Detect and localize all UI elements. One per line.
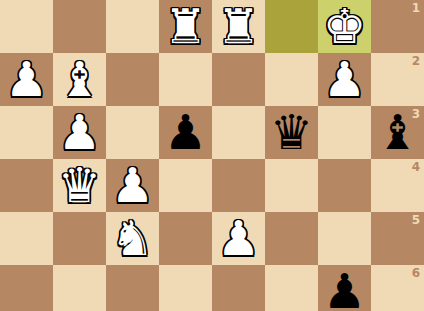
square-g6[interactable]	[53, 265, 106, 311]
rank-label-3: 3	[412, 107, 420, 121]
black-queen[interactable]: ♛	[270, 106, 313, 159]
square-e4[interactable]	[159, 159, 212, 212]
square-h6[interactable]	[0, 265, 53, 311]
square-h4[interactable]	[0, 159, 53, 212]
square-d1[interactable]: ♜	[212, 0, 265, 53]
square-g3[interactable]: ♟	[53, 106, 106, 159]
square-h5[interactable]	[0, 212, 53, 265]
square-h2[interactable]: ♟	[0, 53, 53, 106]
square-d4[interactable]	[212, 159, 265, 212]
square-b5[interactable]	[318, 212, 371, 265]
white-pawn[interactable]: ♟	[217, 212, 260, 265]
square-g2[interactable]: ♝	[53, 53, 106, 106]
square-b3[interactable]	[318, 106, 371, 159]
rank-label-2: 2	[412, 54, 420, 68]
square-e3[interactable]: ♟	[159, 106, 212, 159]
rank-label-1: 1	[412, 1, 420, 15]
square-a6[interactable]: 6	[371, 265, 424, 311]
square-c2[interactable]	[265, 53, 318, 106]
board-viewport: ♜♜♚1♟♝♟2♟♟♛♝3♛♟4♞♟5♟6	[0, 0, 424, 311]
square-e6[interactable]	[159, 265, 212, 311]
square-b6[interactable]: ♟	[318, 265, 371, 311]
white-rook[interactable]: ♜	[217, 0, 260, 53]
white-pawn[interactable]: ♟	[58, 106, 101, 159]
square-a4[interactable]: 4	[371, 159, 424, 212]
square-f1[interactable]	[106, 0, 159, 53]
rank-label-5: 5	[412, 213, 420, 227]
square-d3[interactable]	[212, 106, 265, 159]
white-bishop[interactable]: ♝	[58, 53, 101, 106]
square-g4[interactable]: ♛	[53, 159, 106, 212]
white-pawn[interactable]: ♟	[111, 159, 154, 212]
square-f3[interactable]	[106, 106, 159, 159]
square-b1[interactable]: ♚	[318, 0, 371, 53]
chess-board: ♜♜♚1♟♝♟2♟♟♛♝3♛♟4♞♟5♟6	[0, 0, 424, 311]
white-pawn[interactable]: ♟	[5, 53, 48, 106]
square-a5[interactable]: 5	[371, 212, 424, 265]
square-d2[interactable]	[212, 53, 265, 106]
square-f4[interactable]: ♟	[106, 159, 159, 212]
square-f2[interactable]	[106, 53, 159, 106]
square-h3[interactable]	[0, 106, 53, 159]
square-d5[interactable]: ♟	[212, 212, 265, 265]
square-c1[interactable]	[265, 0, 318, 53]
square-a3[interactable]: ♝3	[371, 106, 424, 159]
square-g5[interactable]	[53, 212, 106, 265]
square-b2[interactable]: ♟	[318, 53, 371, 106]
square-c5[interactable]	[265, 212, 318, 265]
rank-label-4: 4	[412, 160, 420, 174]
square-c3[interactable]: ♛	[265, 106, 318, 159]
white-king[interactable]: ♚	[323, 0, 366, 53]
white-knight[interactable]: ♞	[111, 212, 154, 265]
square-d6[interactable]	[212, 265, 265, 311]
white-pawn[interactable]: ♟	[323, 53, 366, 106]
square-c4[interactable]	[265, 159, 318, 212]
white-queen[interactable]: ♛	[58, 159, 101, 212]
square-f5[interactable]: ♞	[106, 212, 159, 265]
rank-label-6: 6	[412, 266, 420, 280]
black-pawn[interactable]: ♟	[164, 106, 207, 159]
square-g1[interactable]	[53, 0, 106, 53]
square-e5[interactable]	[159, 212, 212, 265]
square-h1[interactable]	[0, 0, 53, 53]
square-f6[interactable]	[106, 265, 159, 311]
square-b4[interactable]	[318, 159, 371, 212]
square-a2[interactable]: 2	[371, 53, 424, 106]
square-c6[interactable]	[265, 265, 318, 311]
white-rook[interactable]: ♜	[164, 0, 207, 53]
black-pawn[interactable]: ♟	[323, 265, 366, 311]
square-e1[interactable]: ♜	[159, 0, 212, 53]
square-e2[interactable]	[159, 53, 212, 106]
square-a1[interactable]: 1	[371, 0, 424, 53]
